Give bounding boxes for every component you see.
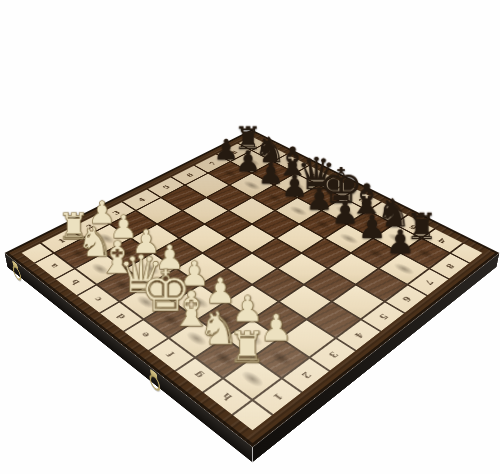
latch-hook-icon bbox=[11, 263, 22, 285]
pieces-layer: ♜♞♝♛♚♝♞♜♟♟♟♟♟♟♟♟♟♟♟♟♟♟♟♟♜♞♝♛♚♝♞♜ bbox=[21, 136, 482, 430]
board: abcdefgh8877665544332211abcdefgh ♜♞♝♛♚♝♞… bbox=[5, 129, 500, 447]
latch-hook-icon bbox=[149, 372, 162, 397]
chess-set-photo: abcdefgh8877665544332211abcdefgh ♜♞♝♛♚♝♞… bbox=[0, 0, 500, 474]
